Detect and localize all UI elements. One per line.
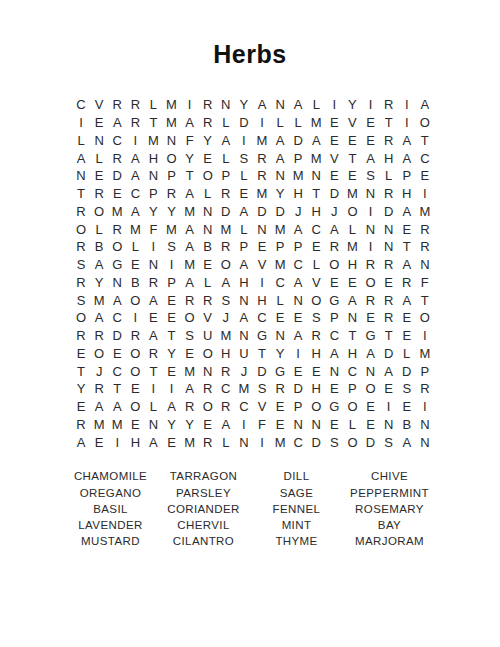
grid-cell[interactable]: A — [126, 167, 144, 185]
grid-cell[interactable]: E — [90, 114, 108, 132]
grid-cell[interactable]: A — [144, 433, 162, 451]
grid-cell[interactable]: P — [289, 398, 307, 416]
grid-cell[interactable]: E — [362, 132, 380, 150]
grid-cell[interactable]: H — [126, 433, 144, 451]
grid-cell[interactable]: E — [72, 345, 90, 363]
grid-cell[interactable]: G — [362, 327, 380, 345]
grid-cell[interactable]: N — [380, 416, 398, 434]
grid-cell[interactable]: A — [398, 256, 416, 274]
grid-cell[interactable]: H — [144, 149, 162, 167]
grid-cell[interactable]: N — [362, 185, 380, 203]
grid-cell[interactable]: R — [126, 96, 144, 114]
grid-cell[interactable]: O — [199, 398, 217, 416]
grid-cell[interactable]: T — [416, 291, 434, 309]
grid-cell[interactable]: T — [72, 185, 90, 203]
grid-cell[interactable]: A — [126, 149, 144, 167]
grid-cell[interactable]: I — [398, 114, 416, 132]
grid-cell[interactable]: R — [380, 309, 398, 327]
grid-cell[interactable]: Y — [343, 96, 361, 114]
grid-cell[interactable]: A — [144, 291, 162, 309]
grid-cell[interactable]: R — [72, 203, 90, 221]
grid-cell[interactable]: E — [253, 238, 271, 256]
grid-cell[interactable]: I — [162, 380, 180, 398]
grid-cell[interactable]: N — [199, 203, 217, 221]
grid-cell[interactable]: Y — [162, 203, 180, 221]
grid-cell[interactable]: E — [307, 238, 325, 256]
grid-cell[interactable]: O — [217, 256, 235, 274]
grid-cell[interactable]: A — [343, 291, 361, 309]
grid-cell[interactable]: H — [380, 149, 398, 167]
grid-cell[interactable]: T — [72, 362, 90, 380]
grid-cell[interactable]: M — [181, 203, 199, 221]
grid-cell[interactable]: J — [217, 309, 235, 327]
grid-cell[interactable]: N — [235, 291, 253, 309]
grid-cell[interactable]: C — [253, 309, 271, 327]
grid-cell[interactable]: P — [162, 167, 180, 185]
grid-cell[interactable]: I — [144, 380, 162, 398]
grid-cell[interactable]: O — [343, 203, 361, 221]
grid-cell[interactable]: A — [235, 256, 253, 274]
grid-cell[interactable]: I — [162, 256, 180, 274]
grid-cell[interactable]: A — [90, 256, 108, 274]
grid-cell[interactable]: I — [416, 327, 434, 345]
grid-cell[interactable]: E — [325, 167, 343, 185]
grid-cell[interactable]: R — [307, 327, 325, 345]
grid-cell[interactable]: L — [217, 114, 235, 132]
grid-cell[interactable]: H — [217, 345, 235, 363]
grid-cell[interactable]: E — [398, 398, 416, 416]
grid-cell[interactable]: R — [108, 220, 126, 238]
grid-cell[interactable]: P — [235, 238, 253, 256]
grid-cell[interactable]: A — [108, 398, 126, 416]
grid-cell[interactable]: R — [325, 238, 343, 256]
grid-cell[interactable]: R — [72, 274, 90, 292]
grid-cell[interactable]: F — [416, 274, 434, 292]
grid-cell[interactable]: R — [199, 114, 217, 132]
grid-cell[interactable]: G — [271, 362, 289, 380]
grid-cell[interactable]: A — [398, 433, 416, 451]
grid-cell[interactable]: O — [162, 149, 180, 167]
grid-cell[interactable]: E — [289, 309, 307, 327]
grid-cell[interactable]: N — [199, 362, 217, 380]
grid-cell[interactable]: E — [72, 398, 90, 416]
grid-cell[interactable]: P — [217, 167, 235, 185]
grid-cell[interactable]: L — [199, 274, 217, 292]
grid-cell[interactable]: M — [416, 345, 434, 363]
grid-cell[interactable]: P — [416, 362, 434, 380]
grid-cell[interactable]: L — [235, 167, 253, 185]
grid-cell[interactable]: R — [144, 274, 162, 292]
grid-cell[interactable]: M — [416, 203, 434, 221]
grid-cell[interactable]: I — [325, 96, 343, 114]
grid-cell[interactable]: M — [217, 220, 235, 238]
grid-cell[interactable]: E — [325, 416, 343, 434]
grid-cell[interactable]: T — [307, 185, 325, 203]
grid-cell[interactable]: C — [343, 362, 361, 380]
grid-cell[interactable]: H — [343, 256, 361, 274]
grid-cell[interactable]: A — [181, 185, 199, 203]
grid-cell[interactable]: A — [72, 433, 90, 451]
grid-cell[interactable]: O — [90, 203, 108, 221]
grid-cell[interactable]: N — [362, 220, 380, 238]
grid-cell[interactable]: I — [253, 433, 271, 451]
grid-cell[interactable]: B — [398, 416, 416, 434]
grid-cell[interactable]: R — [90, 327, 108, 345]
grid-cell[interactable]: B — [199, 238, 217, 256]
grid-cell[interactable]: R — [199, 96, 217, 114]
grid-cell[interactable]: H — [235, 274, 253, 292]
grid-cell[interactable]: M — [181, 433, 199, 451]
grid-cell[interactable]: A — [90, 309, 108, 327]
grid-cell[interactable]: R — [90, 185, 108, 203]
grid-cell[interactable]: T — [108, 380, 126, 398]
grid-cell[interactable]: A — [271, 149, 289, 167]
grid-cell[interactable]: R — [72, 327, 90, 345]
grid-cell[interactable]: R — [162, 185, 180, 203]
grid-cell[interactable]: O — [199, 167, 217, 185]
grid-cell[interactable]: M — [90, 291, 108, 309]
grid-cell[interactable]: M — [253, 132, 271, 150]
grid-cell[interactable]: R — [72, 238, 90, 256]
grid-cell[interactable]: L — [90, 149, 108, 167]
grid-cell[interactable]: L — [380, 167, 398, 185]
grid-cell[interactable]: R — [90, 380, 108, 398]
grid-cell[interactable]: M — [162, 114, 180, 132]
grid-cell[interactable]: N — [380, 220, 398, 238]
grid-cell[interactable]: P — [398, 167, 416, 185]
grid-cell[interactable]: S — [253, 380, 271, 398]
grid-cell[interactable]: O — [126, 362, 144, 380]
grid-cell[interactable]: T — [144, 362, 162, 380]
grid-cell[interactable]: Y — [199, 132, 217, 150]
grid-cell[interactable]: M — [181, 362, 199, 380]
grid-cell[interactable]: C — [289, 433, 307, 451]
grid-cell[interactable]: E — [362, 398, 380, 416]
grid-cell[interactable]: G — [325, 291, 343, 309]
grid-cell[interactable]: N — [307, 167, 325, 185]
grid-cell[interactable]: T — [343, 327, 361, 345]
grid-cell[interactable]: A — [144, 327, 162, 345]
grid-cell[interactable]: L — [343, 220, 361, 238]
grid-cell[interactable]: E — [199, 416, 217, 434]
grid-cell[interactable]: E — [199, 256, 217, 274]
grid-cell[interactable]: R — [416, 220, 434, 238]
grid-cell[interactable]: N — [271, 96, 289, 114]
grid-cell[interactable]: D — [235, 114, 253, 132]
grid-cell[interactable]: R — [108, 96, 126, 114]
grid-cell[interactable]: E — [343, 132, 361, 150]
grid-cell[interactable]: M — [307, 149, 325, 167]
grid-cell[interactable]: N — [307, 416, 325, 434]
grid-cell[interactable]: S — [325, 433, 343, 451]
grid-cell[interactable]: M — [343, 185, 361, 203]
grid-cell[interactable]: N — [271, 327, 289, 345]
grid-cell[interactable]: E — [199, 149, 217, 167]
grid-cell[interactable]: R — [380, 96, 398, 114]
grid-cell[interactable]: O — [199, 345, 217, 363]
grid-cell[interactable]: H — [253, 291, 271, 309]
grid-cell[interactable]: P — [289, 149, 307, 167]
grid-cell[interactable]: A — [217, 132, 235, 150]
grid-cell[interactable]: R — [217, 238, 235, 256]
grid-cell[interactable]: D — [289, 380, 307, 398]
grid-cell[interactable]: J — [325, 203, 343, 221]
grid-cell[interactable]: M — [126, 220, 144, 238]
grid-cell[interactable]: S — [72, 256, 90, 274]
grid-cell[interactable]: M — [289, 167, 307, 185]
grid-cell[interactable]: Y — [90, 274, 108, 292]
grid-cell[interactable]: N — [362, 362, 380, 380]
grid-cell[interactable]: R — [199, 433, 217, 451]
grid-cell[interactable]: O — [126, 291, 144, 309]
grid-cell[interactable]: L — [235, 220, 253, 238]
grid-cell[interactable]: C — [217, 380, 235, 398]
grid-cell[interactable]: N — [217, 96, 235, 114]
grid-cell[interactable]: F — [253, 416, 271, 434]
grid-cell[interactable]: H — [307, 203, 325, 221]
grid-cell[interactable]: N — [416, 256, 434, 274]
grid-cell[interactable]: I — [144, 238, 162, 256]
grid-cell[interactable]: M — [108, 203, 126, 221]
grid-cell[interactable]: H — [289, 185, 307, 203]
grid-cell[interactable]: N — [144, 416, 162, 434]
grid-cell[interactable]: P — [343, 380, 361, 398]
grid-cell[interactable]: G — [325, 398, 343, 416]
grid-cell[interactable]: M — [235, 380, 253, 398]
grid-cell[interactable]: R — [217, 362, 235, 380]
grid-cell[interactable]: Y — [144, 203, 162, 221]
grid-cell[interactable]: G — [253, 327, 271, 345]
grid-cell[interactable]: I — [380, 398, 398, 416]
grid-cell[interactable]: R — [199, 291, 217, 309]
grid-cell[interactable]: E — [90, 433, 108, 451]
grid-cell[interactable]: A — [398, 132, 416, 150]
grid-cell[interactable]: T — [398, 238, 416, 256]
grid-cell[interactable]: T — [343, 149, 361, 167]
grid-cell[interactable]: V — [325, 149, 343, 167]
grid-cell[interactable]: R — [181, 291, 199, 309]
grid-cell[interactable]: N — [380, 238, 398, 256]
grid-cell[interactable]: E — [271, 398, 289, 416]
grid-cell[interactable]: N — [144, 256, 162, 274]
grid-cell[interactable]: O — [181, 309, 199, 327]
grid-cell[interactable]: R — [380, 185, 398, 203]
grid-cell[interactable]: N — [108, 274, 126, 292]
grid-cell[interactable]: E — [307, 362, 325, 380]
grid-cell[interactable]: U — [199, 327, 217, 345]
grid-cell[interactable]: Y — [271, 185, 289, 203]
grid-cell[interactable]: R — [126, 114, 144, 132]
grid-cell[interactable]: B — [126, 274, 144, 292]
grid-cell[interactable]: I — [72, 114, 90, 132]
grid-cell[interactable]: A — [416, 96, 434, 114]
grid-cell[interactable]: I — [253, 114, 271, 132]
grid-cell[interactable]: E — [325, 114, 343, 132]
grid-cell[interactable]: A — [398, 291, 416, 309]
grid-cell[interactable]: L — [72, 132, 90, 150]
grid-cell[interactable]: S — [181, 327, 199, 345]
grid-cell[interactable]: E — [416, 167, 434, 185]
grid-cell[interactable]: I — [362, 238, 380, 256]
grid-cell[interactable]: D — [108, 327, 126, 345]
grid-cell[interactable]: A — [181, 114, 199, 132]
grid-cell[interactable]: M — [253, 185, 271, 203]
grid-cell[interactable]: R — [380, 256, 398, 274]
grid-cell[interactable]: D — [307, 433, 325, 451]
grid-cell[interactable]: E — [126, 416, 144, 434]
grid-cell[interactable]: C — [307, 220, 325, 238]
grid-cell[interactable]: N — [235, 327, 253, 345]
grid-cell[interactable]: A — [307, 132, 325, 150]
grid-cell[interactable]: I — [416, 185, 434, 203]
grid-cell[interactable]: R — [398, 274, 416, 292]
grid-cell[interactable]: A — [398, 149, 416, 167]
grid-cell[interactable]: H — [307, 380, 325, 398]
grid-cell[interactable]: A — [289, 96, 307, 114]
grid-cell[interactable]: R — [72, 416, 90, 434]
grid-cell[interactable]: A — [235, 309, 253, 327]
grid-cell[interactable]: I — [398, 96, 416, 114]
grid-cell[interactable]: F — [144, 220, 162, 238]
grid-cell[interactable]: S — [362, 167, 380, 185]
grid-cell[interactable]: A — [325, 345, 343, 363]
grid-cell[interactable]: I — [289, 345, 307, 363]
grid-cell[interactable]: M — [162, 220, 180, 238]
grid-cell[interactable]: R — [199, 380, 217, 398]
grid-cell[interactable]: R — [380, 291, 398, 309]
grid-cell[interactable]: S — [72, 291, 90, 309]
grid-cell[interactable]: M — [271, 220, 289, 238]
grid-cell[interactable]: C — [235, 398, 253, 416]
grid-cell[interactable]: P — [162, 274, 180, 292]
grid-cell[interactable]: T — [416, 132, 434, 150]
grid-cell[interactable]: A — [181, 380, 199, 398]
grid-cell[interactable]: C — [416, 149, 434, 167]
grid-cell[interactable]: R — [217, 398, 235, 416]
grid-cell[interactable]: C — [108, 309, 126, 327]
grid-cell[interactable]: D — [217, 203, 235, 221]
grid-cell[interactable]: I — [126, 132, 144, 150]
grid-cell[interactable]: D — [271, 203, 289, 221]
grid-cell[interactable]: N — [325, 362, 343, 380]
grid-cell[interactable]: E — [380, 274, 398, 292]
grid-cell[interactable]: E — [325, 132, 343, 150]
grid-cell[interactable]: V — [253, 398, 271, 416]
grid-cell[interactable]: I — [108, 433, 126, 451]
grid-cell[interactable]: P — [289, 238, 307, 256]
grid-cell[interactable]: E — [162, 362, 180, 380]
grid-cell[interactable]: Y — [72, 380, 90, 398]
grid-cell[interactable]: P — [325, 309, 343, 327]
grid-cell[interactable]: O — [72, 220, 90, 238]
grid-cell[interactable]: A — [235, 203, 253, 221]
grid-cell[interactable]: R — [181, 398, 199, 416]
grid-cell[interactable]: L — [289, 114, 307, 132]
grid-cell[interactable]: L — [271, 291, 289, 309]
grid-cell[interactable]: T — [144, 114, 162, 132]
grid-cell[interactable]: R — [362, 256, 380, 274]
grid-cell[interactable]: I — [126, 309, 144, 327]
grid-cell[interactable]: M — [217, 327, 235, 345]
grid-cell[interactable]: P — [271, 238, 289, 256]
grid-cell[interactable]: J — [90, 362, 108, 380]
grid-cell[interactable]: I — [253, 274, 271, 292]
grid-cell[interactable]: Y — [181, 416, 199, 434]
grid-cell[interactable]: R — [362, 291, 380, 309]
grid-cell[interactable]: O — [72, 309, 90, 327]
grid-cell[interactable]: N — [343, 309, 361, 327]
grid-cell[interactable]: O — [307, 291, 325, 309]
grid-cell[interactable]: L — [90, 220, 108, 238]
grid-cell[interactable]: D — [325, 185, 343, 203]
grid-cell[interactable]: H — [307, 345, 325, 363]
grid-cell[interactable]: O — [416, 114, 434, 132]
grid-cell[interactable]: E — [108, 185, 126, 203]
grid-cell[interactable]: P — [144, 185, 162, 203]
grid-cell[interactable]: I — [362, 96, 380, 114]
grid-cell[interactable]: M — [90, 416, 108, 434]
grid-cell[interactable]: Y — [181, 149, 199, 167]
grid-cell[interactable]: G — [108, 256, 126, 274]
grid-cell[interactable]: L — [307, 256, 325, 274]
grid-cell[interactable]: E — [162, 433, 180, 451]
grid-cell[interactable]: E — [325, 380, 343, 398]
grid-cell[interactable]: E — [108, 345, 126, 363]
grid-cell[interactable]: D — [398, 362, 416, 380]
grid-cell[interactable]: O — [362, 380, 380, 398]
grid-cell[interactable]: L — [144, 398, 162, 416]
grid-cell[interactable]: A — [362, 149, 380, 167]
grid-cell[interactable]: E — [398, 220, 416, 238]
grid-cell[interactable]: I — [235, 132, 253, 150]
grid-cell[interactable]: M — [108, 416, 126, 434]
grid-cell[interactable]: O — [343, 398, 361, 416]
grid-cell[interactable]: I — [235, 416, 253, 434]
grid-cell[interactable]: C — [108, 362, 126, 380]
grid-cell[interactable]: E — [126, 380, 144, 398]
grid-cell[interactable]: Y — [271, 345, 289, 363]
grid-cell[interactable]: E — [289, 362, 307, 380]
grid-cell[interactable]: A — [181, 274, 199, 292]
grid-cell[interactable]: L — [398, 345, 416, 363]
grid-cell[interactable]: E — [126, 256, 144, 274]
grid-cell[interactable]: Y — [162, 345, 180, 363]
grid-cell[interactable]: O — [108, 238, 126, 256]
grid-cell[interactable]: N — [416, 416, 434, 434]
grid-cell[interactable]: D — [108, 167, 126, 185]
grid-cell[interactable]: E — [144, 309, 162, 327]
grid-cell[interactable]: A — [325, 220, 343, 238]
grid-cell[interactable]: R — [271, 380, 289, 398]
grid-cell[interactable]: O — [362, 274, 380, 292]
grid-cell[interactable]: E — [343, 167, 361, 185]
grid-cell[interactable]: Y — [235, 96, 253, 114]
grid-cell[interactable]: T — [162, 327, 180, 345]
grid-cell[interactable]: S — [217, 291, 235, 309]
grid-cell[interactable]: D — [289, 132, 307, 150]
grid-cell[interactable]: V — [90, 96, 108, 114]
grid-cell[interactable]: N — [271, 167, 289, 185]
grid-cell[interactable]: L — [307, 96, 325, 114]
grid-cell[interactable]: A — [217, 274, 235, 292]
grid-cell[interactable]: M — [271, 256, 289, 274]
grid-cell[interactable]: N — [90, 132, 108, 150]
grid-cell[interactable]: R — [380, 132, 398, 150]
grid-cell[interactable]: D — [380, 203, 398, 221]
grid-cell[interactable]: S — [398, 380, 416, 398]
grid-cell[interactable]: A — [108, 114, 126, 132]
grid-cell[interactable]: M — [271, 433, 289, 451]
